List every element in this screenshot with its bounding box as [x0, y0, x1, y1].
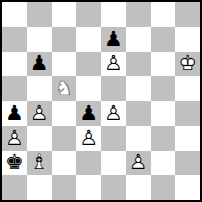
- chess-board-frame: ♟♟♟♙♚♔♞♘♟♟♙♟♟♙♟♙♟♙♚♝♗♟♙: [0, 0, 202, 202]
- black-pawn-glyph: ♟: [76, 101, 101, 126]
- square-f4[interactable]: [126, 101, 151, 126]
- square-h3[interactable]: [175, 126, 200, 151]
- white-king: ♚♔: [175, 52, 200, 77]
- square-b4[interactable]: ♟♙: [27, 101, 52, 126]
- black-pawn: ♟: [101, 27, 126, 52]
- white-pawn: ♟♙: [126, 151, 151, 176]
- white-bishop-glyph: ♗: [27, 151, 52, 176]
- white-pawn-glyph: ♙: [126, 151, 151, 176]
- white-knight: ♞♘: [52, 76, 77, 101]
- white-king-glyph: ♔: [175, 52, 200, 77]
- square-a5[interactable]: [2, 76, 27, 101]
- black-king: ♚: [2, 151, 27, 176]
- white-pawn-fill: ♟: [101, 52, 126, 77]
- square-d8[interactable]: [76, 2, 101, 27]
- square-a4[interactable]: ♟: [2, 101, 27, 126]
- square-b3[interactable]: [27, 126, 52, 151]
- square-b2[interactable]: ♝♗: [27, 151, 52, 176]
- square-f6[interactable]: [126, 52, 151, 77]
- square-g5[interactable]: [151, 76, 176, 101]
- white-pawn-fill: ♟: [27, 101, 52, 126]
- chess-board: ♟♟♟♙♚♔♞♘♟♟♙♟♟♙♟♙♟♙♚♝♗♟♙: [2, 2, 200, 200]
- square-h4[interactable]: [175, 101, 200, 126]
- square-c5[interactable]: ♞♘: [52, 76, 77, 101]
- square-d2[interactable]: [76, 151, 101, 176]
- white-pawn: ♟♙: [76, 126, 101, 151]
- black-king-glyph: ♚: [2, 151, 27, 176]
- white-pawn-glyph: ♙: [101, 52, 126, 77]
- square-e1[interactable]: [101, 175, 126, 200]
- white-king-fill: ♚: [175, 52, 200, 77]
- white-pawn-glyph: ♙: [2, 126, 27, 151]
- white-bishop: ♝♗: [27, 151, 52, 176]
- white-pawn: ♟♙: [2, 126, 27, 151]
- square-c4[interactable]: [52, 101, 77, 126]
- square-c8[interactable]: [52, 2, 77, 27]
- square-c6[interactable]: [52, 52, 77, 77]
- square-a2[interactable]: ♚: [2, 151, 27, 176]
- square-e7[interactable]: ♟: [101, 27, 126, 52]
- square-c7[interactable]: [52, 27, 77, 52]
- white-pawn-fill: ♟: [2, 126, 27, 151]
- square-a6[interactable]: [2, 52, 27, 77]
- square-e5[interactable]: [101, 76, 126, 101]
- square-b5[interactable]: [27, 76, 52, 101]
- black-pawn: ♟: [27, 52, 52, 77]
- black-pawn-glyph: ♟: [2, 101, 27, 126]
- square-c1[interactable]: [52, 175, 77, 200]
- white-pawn-fill: ♟: [101, 101, 126, 126]
- white-bishop-fill: ♝: [27, 151, 52, 176]
- black-pawn-glyph: ♟: [27, 52, 52, 77]
- square-h2[interactable]: [175, 151, 200, 176]
- square-a3[interactable]: ♟♙: [2, 126, 27, 151]
- square-d6[interactable]: [76, 52, 101, 77]
- black-pawn: ♟: [2, 101, 27, 126]
- square-a8[interactable]: [2, 2, 27, 27]
- white-pawn: ♟♙: [27, 101, 52, 126]
- square-c3[interactable]: [52, 126, 77, 151]
- square-g4[interactable]: [151, 101, 176, 126]
- square-g3[interactable]: [151, 126, 176, 151]
- white-knight-glyph: ♘: [52, 76, 77, 101]
- white-pawn: ♟♙: [101, 52, 126, 77]
- square-a1[interactable]: [2, 175, 27, 200]
- square-g6[interactable]: [151, 52, 176, 77]
- square-e4[interactable]: ♟♙: [101, 101, 126, 126]
- square-e3[interactable]: [101, 126, 126, 151]
- white-pawn: ♟♙: [101, 101, 126, 126]
- square-c2[interactable]: [52, 151, 77, 176]
- black-pawn: ♟: [76, 101, 101, 126]
- square-d7[interactable]: [76, 27, 101, 52]
- square-e6[interactable]: ♟♙: [101, 52, 126, 77]
- white-pawn-glyph: ♙: [76, 126, 101, 151]
- square-g1[interactable]: [151, 175, 176, 200]
- square-f5[interactable]: [126, 76, 151, 101]
- square-b7[interactable]: [27, 27, 52, 52]
- square-h6[interactable]: ♚♔: [175, 52, 200, 77]
- square-g2[interactable]: [151, 151, 176, 176]
- square-a7[interactable]: [2, 27, 27, 52]
- square-f1[interactable]: [126, 175, 151, 200]
- square-e2[interactable]: [101, 151, 126, 176]
- square-b1[interactable]: [27, 175, 52, 200]
- square-f7[interactable]: [126, 27, 151, 52]
- square-d3[interactable]: ♟♙: [76, 126, 101, 151]
- square-e8[interactable]: [101, 2, 126, 27]
- square-h7[interactable]: [175, 27, 200, 52]
- square-g8[interactable]: [151, 2, 176, 27]
- square-f3[interactable]: [126, 126, 151, 151]
- square-d4[interactable]: ♟: [76, 101, 101, 126]
- white-pawn-fill: ♟: [126, 151, 151, 176]
- black-pawn-glyph: ♟: [101, 27, 126, 52]
- square-h8[interactable]: [175, 2, 200, 27]
- square-h5[interactable]: [175, 76, 200, 101]
- white-pawn-glyph: ♙: [27, 101, 52, 126]
- square-d5[interactable]: [76, 76, 101, 101]
- square-b8[interactable]: [27, 2, 52, 27]
- white-pawn-glyph: ♙: [101, 101, 126, 126]
- square-g7[interactable]: [151, 27, 176, 52]
- square-f2[interactable]: ♟♙: [126, 151, 151, 176]
- square-f8[interactable]: [126, 2, 151, 27]
- white-pawn-fill: ♟: [76, 126, 101, 151]
- square-b6[interactable]: ♟: [27, 52, 52, 77]
- white-knight-fill: ♞: [52, 76, 77, 101]
- square-d1[interactable]: [76, 175, 101, 200]
- square-h1[interactable]: [175, 175, 200, 200]
